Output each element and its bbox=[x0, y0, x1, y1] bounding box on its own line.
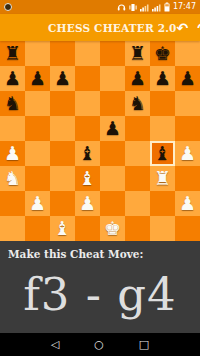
signal-bars-icon bbox=[140, 3, 149, 12]
square-c3[interactable] bbox=[50, 166, 75, 191]
square-f7[interactable]: ♟ bbox=[125, 66, 150, 91]
square-e1[interactable]: ♚ bbox=[100, 216, 125, 241]
piece-white-rook: ♜ bbox=[154, 166, 171, 191]
piece-black-pawn: ♟ bbox=[104, 116, 121, 141]
headset-icon bbox=[117, 3, 126, 12]
redo-button[interactable]: ↷ bbox=[197, 21, 200, 35]
square-d2[interactable]: ♟ bbox=[75, 191, 100, 216]
square-d5[interactable] bbox=[75, 116, 100, 141]
square-f3[interactable] bbox=[125, 166, 150, 191]
piece-white-bishop: ♝ bbox=[54, 216, 71, 241]
square-e2[interactable] bbox=[100, 191, 125, 216]
square-c4[interactable] bbox=[50, 141, 75, 166]
piece-white-pawn: ♟ bbox=[29, 191, 46, 216]
square-h8[interactable] bbox=[175, 41, 200, 66]
signal-bars-2-icon bbox=[152, 3, 161, 12]
square-d1[interactable] bbox=[75, 216, 100, 241]
square-e3[interactable] bbox=[100, 166, 125, 191]
app-notification-icon bbox=[4, 3, 12, 11]
status-bar: 17:47 bbox=[0, 0, 200, 14]
vibrate-icon bbox=[129, 3, 137, 12]
square-g3[interactable]: ♜ bbox=[150, 166, 175, 191]
square-f8[interactable]: ♜ bbox=[125, 41, 150, 66]
piece-white-knight: ♞ bbox=[4, 166, 21, 191]
home-button[interactable]: ○ bbox=[94, 333, 104, 356]
square-e4[interactable] bbox=[100, 141, 125, 166]
square-g6[interactable] bbox=[150, 91, 175, 116]
square-f2[interactable] bbox=[125, 191, 150, 216]
piece-black-knight: ♞ bbox=[4, 91, 21, 116]
square-h2[interactable]: ♟ bbox=[175, 191, 200, 216]
square-h5[interactable] bbox=[175, 116, 200, 141]
square-f4[interactable] bbox=[125, 141, 150, 166]
square-a4[interactable]: ♟ bbox=[0, 141, 25, 166]
square-b7[interactable]: ♟ bbox=[25, 66, 50, 91]
square-c7[interactable]: ♟ bbox=[50, 66, 75, 91]
square-a7[interactable]: ♟ bbox=[0, 66, 25, 91]
square-a1[interactable] bbox=[0, 216, 25, 241]
square-d3[interactable]: ♝ bbox=[75, 166, 100, 191]
square-f1[interactable] bbox=[125, 216, 150, 241]
piece-black-pawn: ♟ bbox=[54, 66, 71, 91]
square-g4[interactable]: ♝ bbox=[150, 141, 175, 166]
square-h6[interactable] bbox=[175, 91, 200, 116]
piece-black-pawn: ♟ bbox=[4, 66, 21, 91]
square-d4[interactable]: ♝ bbox=[75, 141, 100, 166]
square-b4[interactable] bbox=[25, 141, 50, 166]
square-g2[interactable] bbox=[150, 191, 175, 216]
square-f6[interactable]: ♞ bbox=[125, 91, 150, 116]
square-d8[interactable] bbox=[75, 41, 100, 66]
piece-black-bishop: ♝ bbox=[154, 141, 171, 166]
battery-icon bbox=[164, 2, 170, 12]
square-b1[interactable] bbox=[25, 216, 50, 241]
undo-button[interactable]: ↶ bbox=[177, 21, 189, 35]
cheat-move-text: f3 - g4 bbox=[0, 256, 200, 333]
piece-white-king: ♚ bbox=[104, 216, 121, 241]
piece-white-bishop: ♝ bbox=[79, 166, 96, 191]
piece-black-rook: ♜ bbox=[129, 41, 146, 66]
app-bar: CHESS CHEATER 2.0 ↶ ↷ bbox=[0, 14, 200, 41]
chess-board: ♜♜♚♟♟♟♟♟♟♞♞♟♟♝♝♟♞♝♜♟♟♟♝♚ bbox=[0, 41, 200, 241]
square-c6[interactable] bbox=[50, 91, 75, 116]
square-b2[interactable]: ♟ bbox=[25, 191, 50, 216]
square-h3[interactable] bbox=[175, 166, 200, 191]
piece-black-pawn: ♟ bbox=[179, 66, 196, 91]
square-c5[interactable] bbox=[50, 116, 75, 141]
back-button[interactable]: ◁ bbox=[51, 333, 59, 356]
square-a3[interactable]: ♞ bbox=[0, 166, 25, 191]
square-h1[interactable] bbox=[175, 216, 200, 241]
square-f5[interactable] bbox=[125, 116, 150, 141]
phone-screen: 17:47 CHESS CHEATER 2.0 ↶ ↷ ♜♜♚♟♟♟♟♟♟♞♞♟… bbox=[0, 0, 200, 356]
cheat-move-panel: Make this Cheat Move: f3 - g4 bbox=[0, 241, 200, 333]
piece-black-rook: ♜ bbox=[4, 41, 21, 66]
piece-white-pawn: ♟ bbox=[4, 141, 21, 166]
square-a5[interactable] bbox=[0, 116, 25, 141]
square-b6[interactable] bbox=[25, 91, 50, 116]
square-b5[interactable] bbox=[25, 116, 50, 141]
square-c8[interactable] bbox=[50, 41, 75, 66]
square-e6[interactable] bbox=[100, 91, 125, 116]
piece-white-pawn: ♟ bbox=[79, 191, 96, 216]
square-a8[interactable]: ♜ bbox=[0, 41, 25, 66]
square-e8[interactable] bbox=[100, 41, 125, 66]
square-b3[interactable] bbox=[25, 166, 50, 191]
piece-black-pawn: ♟ bbox=[129, 66, 146, 91]
square-g1[interactable] bbox=[150, 216, 175, 241]
square-a6[interactable]: ♞ bbox=[0, 91, 25, 116]
piece-white-pawn: ♟ bbox=[179, 191, 196, 216]
piece-white-pawn: ♟ bbox=[179, 141, 196, 166]
square-e7[interactable] bbox=[100, 66, 125, 91]
square-g5[interactable] bbox=[150, 116, 175, 141]
square-d7[interactable] bbox=[75, 66, 100, 91]
android-nav-bar: ◁ ○ □ bbox=[0, 333, 200, 356]
square-e5[interactable]: ♟ bbox=[100, 116, 125, 141]
square-c2[interactable] bbox=[50, 191, 75, 216]
square-a2[interactable] bbox=[0, 191, 25, 216]
square-d6[interactable] bbox=[75, 91, 100, 116]
square-h4[interactable]: ♟ bbox=[175, 141, 200, 166]
piece-black-bishop: ♝ bbox=[79, 141, 96, 166]
piece-black-knight: ♞ bbox=[129, 91, 146, 116]
recents-button[interactable]: □ bbox=[139, 333, 149, 356]
piece-black-pawn: ♟ bbox=[29, 66, 46, 91]
square-b8[interactable] bbox=[25, 41, 50, 66]
page-title: CHESS CHEATER 2.0 bbox=[48, 22, 177, 34]
piece-black-king: ♚ bbox=[154, 41, 171, 66]
square-h7[interactable]: ♟ bbox=[175, 66, 200, 91]
piece-black-pawn: ♟ bbox=[154, 66, 171, 91]
clock: 17:47 bbox=[173, 0, 196, 14]
square-g8[interactable]: ♚ bbox=[150, 41, 175, 66]
square-g7[interactable]: ♟ bbox=[150, 66, 175, 91]
square-c1[interactable]: ♝ bbox=[50, 216, 75, 241]
